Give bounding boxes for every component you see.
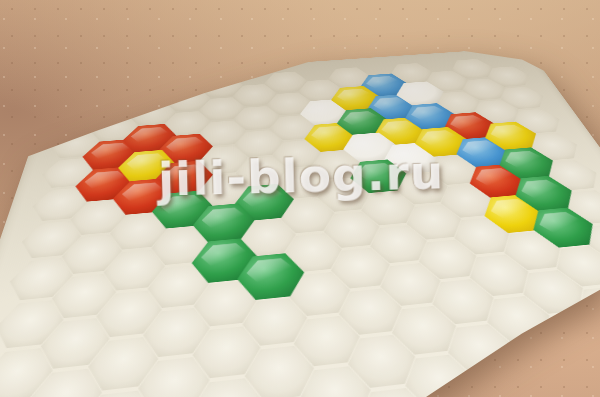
- hole-c0-r1: [55, 106, 108, 132]
- watermark-text: jili-blog.ru: [157, 144, 444, 206]
- hole-c2-r0: [132, 80, 179, 103]
- hole-c1-r0: [94, 93, 144, 118]
- hole-c9-r9: [457, 374, 547, 397]
- hex-grid: [54, 45, 532, 78]
- board-tilt-plane: [0, 45, 600, 397]
- hole-c10-r9: [498, 342, 586, 397]
- hole-c0-r0: [62, 84, 112, 108]
- photo-scene: jili-blog.ru: [0, 0, 600, 397]
- hole-c11-r9: [558, 362, 600, 397]
- hole-c12-r9: [594, 331, 600, 388]
